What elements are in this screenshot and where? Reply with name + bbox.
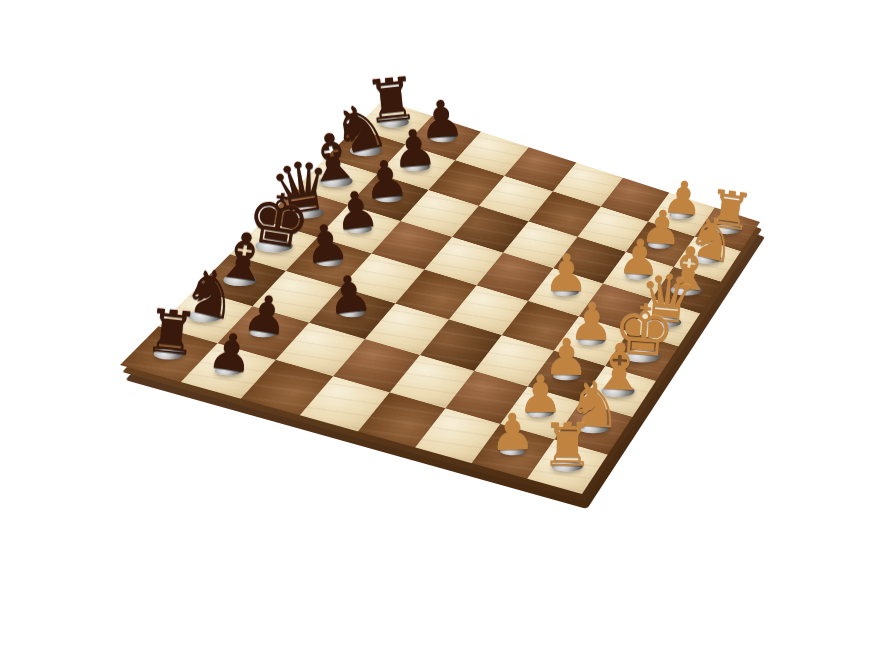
chess-set-photo: ♜♞♝♛♚♝♞♜♟♟♟♟♟♟♟♟♟♟♟♟♟♟♟♟♜♞♝♛♚♝♞♜ [0,0,876,649]
